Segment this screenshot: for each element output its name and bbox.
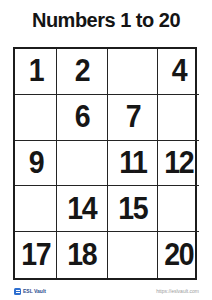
blank-cell-r2c1[interactable] — [15, 95, 57, 141]
number-glyph: 4 — [171, 53, 185, 89]
number-glyph: 12 — [164, 145, 193, 181]
number-cell-17: 17 — [15, 232, 57, 278]
number-cell-1: 1 — [15, 49, 57, 95]
number-cell-11: 11 — [108, 141, 158, 187]
number-cell-15: 15 — [108, 186, 158, 232]
number-cell-20: 20 — [158, 232, 199, 278]
number-grid: 12467911121415171820 — [13, 47, 197, 280]
number-glyph: 17 — [21, 237, 50, 273]
esl-vault-logo-icon — [14, 288, 21, 295]
number-cell-14: 14 — [57, 186, 108, 232]
page-title: Numbers 1 to 20 — [0, 0, 212, 32]
number-glyph: 20 — [164, 237, 193, 273]
number-glyph: 11 — [119, 145, 146, 181]
blank-cell-r1c3[interactable] — [108, 49, 158, 95]
brand-name: ESL Vault — [23, 288, 46, 294]
blank-cell-r4c1[interactable] — [15, 186, 57, 232]
number-cell-4: 4 — [158, 49, 199, 95]
number-glyph: 2 — [75, 53, 89, 89]
footer: ESL Vault https://eslvault.com — [14, 286, 199, 296]
number-glyph: 18 — [68, 237, 97, 273]
number-cell-12: 12 — [158, 141, 199, 187]
number-glyph: 15 — [118, 191, 147, 227]
number-glyph: 6 — [75, 99, 89, 135]
number-cell-18: 18 — [57, 232, 108, 278]
blank-cell-r4c4[interactable] — [158, 186, 199, 232]
number-cell-6: 6 — [57, 95, 108, 141]
brand: ESL Vault — [14, 288, 46, 295]
number-cell-9: 9 — [15, 141, 57, 187]
number-glyph: 1 — [28, 53, 42, 89]
number-glyph: 14 — [68, 191, 97, 227]
blank-cell-r2c4[interactable] — [158, 95, 199, 141]
blank-cell-r5c3[interactable] — [108, 232, 158, 278]
number-glyph: 9 — [28, 145, 42, 181]
number-cell-2: 2 — [57, 49, 108, 95]
blank-cell-r3c2[interactable] — [57, 141, 108, 187]
number-glyph: 7 — [125, 99, 139, 135]
number-cell-7: 7 — [108, 95, 158, 141]
footer-url[interactable]: https://eslvault.com — [156, 288, 199, 294]
